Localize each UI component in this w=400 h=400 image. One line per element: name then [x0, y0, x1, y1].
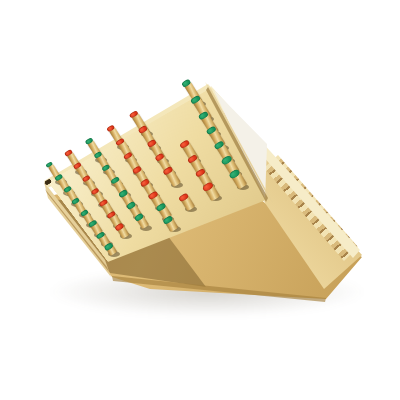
photo-canvas — [0, 0, 400, 400]
peg-cap — [84, 137, 93, 145]
hole — [44, 179, 52, 186]
peg-cap — [45, 161, 54, 169]
peg-cap — [129, 110, 139, 119]
peg-cap — [73, 162, 82, 170]
peg-cap — [181, 78, 192, 88]
peg-cap — [106, 124, 116, 133]
peg-cap — [64, 149, 73, 157]
